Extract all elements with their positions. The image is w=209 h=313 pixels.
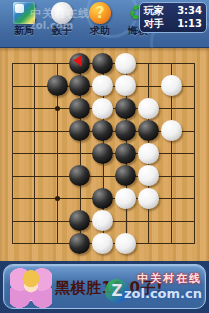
black-stone [92, 143, 113, 164]
white-stone [161, 75, 182, 96]
white-stone [92, 98, 113, 119]
star-point [55, 196, 60, 201]
black-stone [69, 53, 90, 74]
grid-line [194, 63, 195, 244]
white-stone [115, 233, 136, 254]
white-stone [92, 210, 113, 231]
star-point [55, 106, 60, 111]
black-stone [69, 165, 90, 186]
go-board[interactable] [0, 48, 209, 261]
white-stone [115, 75, 136, 96]
black-stone [47, 75, 68, 96]
white-stone [161, 120, 182, 141]
opponent-clock: 对手 1:13 [144, 17, 202, 30]
white-stone [92, 233, 113, 254]
black-stone [115, 98, 136, 119]
white-stone [115, 188, 136, 209]
black-stone [69, 210, 90, 231]
count-stones-icon [51, 2, 73, 24]
status-bar: 黑棋胜11.0子! Z 中关村在线 zol.com.cn [0, 261, 209, 313]
help-button[interactable]: ? 求助 [82, 2, 118, 36]
new-game-icon [13, 2, 35, 24]
black-stone [69, 98, 90, 119]
help-label: 求助 [82, 25, 118, 36]
new-game-button[interactable]: 新局 [6, 2, 42, 36]
black-stone [115, 120, 136, 141]
white-stone [92, 75, 113, 96]
player-time: 3:34 [177, 4, 202, 17]
black-stone [115, 165, 136, 186]
clock-panel: 玩家 3:34 对手 1:13 [139, 2, 207, 33]
new-game-label: 新局 [6, 25, 42, 36]
grid-line [12, 176, 195, 177]
player-clock: 玩家 3:34 [144, 4, 202, 17]
white-stone [138, 143, 159, 164]
white-stone [138, 165, 159, 186]
help-icon: ? [89, 2, 111, 24]
black-stone [92, 120, 113, 141]
zol-logo-icon: Z [105, 279, 129, 303]
black-stone [69, 75, 90, 96]
white-stone [138, 98, 159, 119]
avatar [10, 266, 52, 308]
count-stones-button[interactable]: 数子 [44, 2, 80, 36]
black-stone [92, 188, 113, 209]
white-stone [138, 188, 159, 209]
opponent-time: 1:13 [177, 17, 202, 30]
toolbar: 新局 数子 ? 求助 ♻ 悔棋 玩家 3:34 对手 1:13 中关村在线 z [0, 0, 209, 48]
app-window: 新局 数子 ? 求助 ♻ 悔棋 玩家 3:34 对手 1:13 中关村在线 z [0, 0, 209, 313]
white-stone [115, 53, 136, 74]
opponent-label: 对手 [144, 17, 164, 30]
player-label: 玩家 [144, 4, 164, 17]
status-panel: 黑棋胜11.0子! Z 中关村在线 zol.com.cn [3, 264, 206, 309]
black-stone [115, 143, 136, 164]
last-move-marker [74, 55, 88, 69]
black-stone [69, 233, 90, 254]
count-stones-label: 数子 [44, 25, 80, 36]
black-stone [138, 120, 159, 141]
black-stone [92, 53, 113, 74]
black-stone [69, 120, 90, 141]
